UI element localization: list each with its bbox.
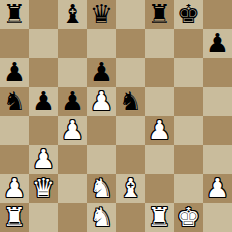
- piece-black-bishop[interactable]: ♝: [61, 1, 84, 27]
- square-b7[interactable]: [29, 29, 58, 58]
- square-h1[interactable]: [203, 203, 232, 232]
- square-f4[interactable]: ♟: [145, 116, 174, 145]
- square-c1[interactable]: [58, 203, 87, 232]
- square-g8[interactable]: ♚: [174, 0, 203, 29]
- square-h7[interactable]: ♟: [203, 29, 232, 58]
- square-h6[interactable]: [203, 58, 232, 87]
- square-e7[interactable]: [116, 29, 145, 58]
- piece-black-queen[interactable]: ♛: [90, 1, 113, 27]
- square-g7[interactable]: [174, 29, 203, 58]
- piece-white-rook[interactable]: ♜: [148, 204, 171, 230]
- piece-black-king[interactable]: ♚: [177, 1, 200, 27]
- square-a4[interactable]: [0, 116, 29, 145]
- square-c4[interactable]: ♟: [58, 116, 87, 145]
- square-g4[interactable]: [174, 116, 203, 145]
- square-h8[interactable]: [203, 0, 232, 29]
- square-d3[interactable]: [87, 145, 116, 174]
- square-h2[interactable]: ♟: [203, 174, 232, 203]
- square-e5[interactable]: ♞: [116, 87, 145, 116]
- chess-board: ♜♝♛♜♚♟♟♟♞♟♟♟♞♟♟♟♟♛♞♝♟♜♞♜♚: [0, 0, 232, 232]
- square-g1[interactable]: ♚: [174, 203, 203, 232]
- square-c6[interactable]: [58, 58, 87, 87]
- piece-white-pawn[interactable]: ♟: [3, 175, 26, 201]
- square-c2[interactable]: [58, 174, 87, 203]
- piece-white-pawn[interactable]: ♟: [148, 117, 171, 143]
- piece-white-queen[interactable]: ♛: [32, 175, 55, 201]
- square-a3[interactable]: [0, 145, 29, 174]
- square-b8[interactable]: [29, 0, 58, 29]
- square-a7[interactable]: [0, 29, 29, 58]
- piece-black-knight[interactable]: ♞: [119, 88, 142, 114]
- square-a2[interactable]: ♟: [0, 174, 29, 203]
- square-f7[interactable]: [145, 29, 174, 58]
- square-d1[interactable]: ♞: [87, 203, 116, 232]
- square-b5[interactable]: ♟: [29, 87, 58, 116]
- square-e3[interactable]: [116, 145, 145, 174]
- square-c5[interactable]: ♟: [58, 87, 87, 116]
- square-d7[interactable]: [87, 29, 116, 58]
- piece-black-pawn[interactable]: ♟: [3, 59, 26, 85]
- square-e6[interactable]: [116, 58, 145, 87]
- square-a6[interactable]: ♟: [0, 58, 29, 87]
- square-f1[interactable]: ♜: [145, 203, 174, 232]
- piece-white-knight[interactable]: ♞: [90, 204, 113, 230]
- square-d2[interactable]: ♞: [87, 174, 116, 203]
- square-b2[interactable]: ♛: [29, 174, 58, 203]
- piece-white-rook[interactable]: ♜: [3, 204, 26, 230]
- square-d8[interactable]: ♛: [87, 0, 116, 29]
- square-g2[interactable]: [174, 174, 203, 203]
- square-b6[interactable]: [29, 58, 58, 87]
- piece-black-rook[interactable]: ♜: [3, 1, 26, 27]
- square-a8[interactable]: ♜: [0, 0, 29, 29]
- piece-white-pawn[interactable]: ♟: [61, 117, 84, 143]
- piece-white-pawn[interactable]: ♟: [32, 146, 55, 172]
- piece-black-pawn[interactable]: ♟: [90, 59, 113, 85]
- square-f8[interactable]: ♜: [145, 0, 174, 29]
- square-e4[interactable]: [116, 116, 145, 145]
- piece-black-pawn[interactable]: ♟: [61, 88, 84, 114]
- piece-white-pawn[interactable]: ♟: [206, 175, 229, 201]
- square-a5[interactable]: ♞: [0, 87, 29, 116]
- square-c8[interactable]: ♝: [58, 0, 87, 29]
- square-f5[interactable]: [145, 87, 174, 116]
- square-f3[interactable]: [145, 145, 174, 174]
- square-g3[interactable]: [174, 145, 203, 174]
- square-e8[interactable]: [116, 0, 145, 29]
- piece-white-king[interactable]: ♚: [177, 204, 200, 230]
- piece-white-knight[interactable]: ♞: [90, 175, 113, 201]
- square-b3[interactable]: ♟: [29, 145, 58, 174]
- square-c7[interactable]: [58, 29, 87, 58]
- square-e1[interactable]: [116, 203, 145, 232]
- square-d6[interactable]: ♟: [87, 58, 116, 87]
- piece-white-pawn[interactable]: ♟: [90, 88, 113, 114]
- piece-black-pawn[interactable]: ♟: [32, 88, 55, 114]
- square-b4[interactable]: [29, 116, 58, 145]
- square-a1[interactable]: ♜: [0, 203, 29, 232]
- square-c3[interactable]: [58, 145, 87, 174]
- square-h5[interactable]: [203, 87, 232, 116]
- piece-black-knight[interactable]: ♞: [3, 88, 26, 114]
- piece-black-rook[interactable]: ♜: [148, 1, 171, 27]
- piece-white-bishop[interactable]: ♝: [119, 175, 142, 201]
- square-h4[interactable]: [203, 116, 232, 145]
- square-b1[interactable]: [29, 203, 58, 232]
- square-d5[interactable]: ♟: [87, 87, 116, 116]
- square-h3[interactable]: [203, 145, 232, 174]
- square-g5[interactable]: [174, 87, 203, 116]
- square-g6[interactable]: [174, 58, 203, 87]
- square-f2[interactable]: [145, 174, 174, 203]
- square-e2[interactable]: ♝: [116, 174, 145, 203]
- square-d4[interactable]: [87, 116, 116, 145]
- piece-black-pawn[interactable]: ♟: [206, 30, 229, 56]
- square-f6[interactable]: [145, 58, 174, 87]
